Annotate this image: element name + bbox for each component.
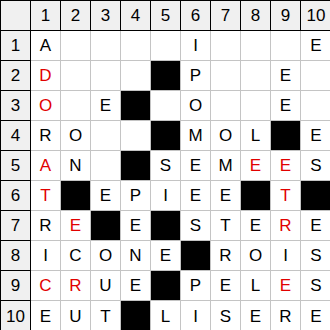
cell-r10c3[interactable]: T [91, 301, 121, 330]
cell-r4c2[interactable]: O [61, 121, 91, 151]
cell-r2c2[interactable] [61, 61, 91, 91]
col-header-9: 9 [271, 1, 301, 31]
block-cell-r6c10 [301, 181, 330, 211]
cell-r2c10[interactable] [301, 61, 330, 91]
cell-r6c5[interactable]: I [151, 181, 181, 211]
cell-r6c3[interactable]: E [91, 181, 121, 211]
cell-r3c7[interactable] [211, 91, 241, 121]
cell-r5c9[interactable]: E [271, 151, 301, 181]
block-cell-r5c4 [121, 151, 151, 181]
cell-r9c9[interactable]: E [271, 271, 301, 301]
cell-r5c7[interactable]: M [211, 151, 241, 181]
cell-r7c10[interactable]: E [301, 211, 330, 241]
cell-r3c1[interactable]: O [31, 91, 61, 121]
cell-r2c4[interactable] [121, 61, 151, 91]
cell-r7c7[interactable]: T [211, 211, 241, 241]
block-cell-r9c5 [151, 271, 181, 301]
cell-r7c9[interactable]: R [271, 211, 301, 241]
cell-r5c6[interactable]: E [181, 151, 211, 181]
cell-r1c5[interactable] [151, 31, 181, 61]
cell-r8c7[interactable]: R [211, 241, 241, 271]
cell-r6c1[interactable]: T [31, 181, 61, 211]
block-cell-r6c8 [241, 181, 271, 211]
cell-r10c5[interactable]: L [151, 301, 181, 330]
cell-r3c2[interactable] [61, 91, 91, 121]
cell-r2c3[interactable] [91, 61, 121, 91]
cell-r7c6[interactable]: S [181, 211, 211, 241]
col-header-2: 2 [61, 1, 91, 31]
cell-r3c6[interactable]: O [181, 91, 211, 121]
cell-r10c6[interactable]: I [181, 301, 211, 330]
row-header-9: 9 [1, 271, 31, 301]
cell-r1c6[interactable]: I [181, 31, 211, 61]
cell-r8c1[interactable]: I [31, 241, 61, 271]
cell-r10c8[interactable]: E [241, 301, 271, 330]
cell-r6c4[interactable]: P [121, 181, 151, 211]
block-cell-r7c5 [151, 211, 181, 241]
cell-r8c4[interactable]: N [121, 241, 151, 271]
cell-r2c1[interactable]: D [31, 61, 61, 91]
block-cell-r6c2 [61, 181, 91, 211]
cell-r5c2[interactable]: N [61, 151, 91, 181]
cell-r5c5[interactable]: S [151, 151, 181, 181]
block-cell-r10c4 [121, 301, 151, 330]
cell-r4c7[interactable]: O [211, 121, 241, 151]
cell-r8c2[interactable]: C [61, 241, 91, 271]
cell-r1c8[interactable] [241, 31, 271, 61]
cell-r7c4[interactable]: E [121, 211, 151, 241]
cell-r4c3[interactable] [91, 121, 121, 151]
col-header-8: 8 [241, 1, 271, 31]
cell-r6c7[interactable]: E [211, 181, 241, 211]
cell-r8c10[interactable]: S [301, 241, 330, 271]
cell-r3c10[interactable] [301, 91, 330, 121]
cell-r2c8[interactable] [241, 61, 271, 91]
cell-r1c9[interactable] [271, 31, 301, 61]
cell-r1c7[interactable] [211, 31, 241, 61]
cell-r10c10[interactable]: E [301, 301, 330, 330]
cell-r8c3[interactable]: O [91, 241, 121, 271]
block-cell-r8c6 [181, 241, 211, 271]
cell-r4c10[interactable]: E [301, 121, 330, 151]
row-header-1: 1 [1, 31, 31, 61]
cell-r9c8[interactable]: L [241, 271, 271, 301]
row-header-7: 7 [1, 211, 31, 241]
cell-r1c1[interactable]: A [31, 31, 61, 61]
cell-r9c1[interactable]: C [31, 271, 61, 301]
col-header-1: 1 [31, 1, 61, 31]
corner-cell [1, 1, 31, 31]
cell-r1c3[interactable] [91, 31, 121, 61]
row-header-5: 5 [1, 151, 31, 181]
crossword-grid: 123456789101AIE2DPE3OEOE4ROMOLE5ANSEMEES… [0, 0, 330, 330]
cell-r10c1[interactable]: E [31, 301, 61, 330]
row-header-4: 4 [1, 121, 31, 151]
cell-r4c4[interactable] [121, 121, 151, 151]
row-header-6: 6 [1, 181, 31, 211]
cell-r2c9[interactable]: E [271, 61, 301, 91]
row-header-3: 3 [1, 91, 31, 121]
cell-r9c10[interactable]: S [301, 271, 330, 301]
cell-r5c1[interactable]: A [31, 151, 61, 181]
block-cell-r3c4 [121, 91, 151, 121]
col-header-10: 10 [301, 1, 330, 31]
cell-r9c7[interactable]: E [211, 271, 241, 301]
cell-r4c1[interactable]: R [31, 121, 61, 151]
cell-r5c3[interactable] [91, 151, 121, 181]
cell-r10c7[interactable]: S [211, 301, 241, 330]
cell-r1c10[interactable]: E [301, 31, 330, 61]
cell-r4c8[interactable]: L [241, 121, 271, 151]
row-header-8: 8 [1, 241, 31, 271]
cell-r10c9[interactable]: R [271, 301, 301, 330]
cell-r2c6[interactable]: P [181, 61, 211, 91]
block-cell-r4c9 [271, 121, 301, 151]
cell-r8c9[interactable]: I [271, 241, 301, 271]
cell-r6c9[interactable]: T [271, 181, 301, 211]
cell-r7c2[interactable]: E [61, 211, 91, 241]
row-header-2: 2 [1, 61, 31, 91]
cell-r7c8[interactable]: E [241, 211, 271, 241]
cell-r10c2[interactable]: U [61, 301, 91, 330]
cell-r7c1[interactable]: R [31, 211, 61, 241]
block-cell-r7c3 [91, 211, 121, 241]
cell-r2c7[interactable] [211, 61, 241, 91]
col-header-5: 5 [151, 1, 181, 31]
cell-r1c4[interactable] [121, 31, 151, 61]
block-cell-r2c5 [151, 61, 181, 91]
col-header-6: 6 [181, 1, 211, 31]
cell-r3c3[interactable]: E [91, 91, 121, 121]
cell-r3c8[interactable] [241, 91, 271, 121]
cell-r9c3[interactable]: U [91, 271, 121, 301]
cell-r8c8[interactable]: O [241, 241, 271, 271]
cell-r1c2[interactable] [61, 31, 91, 61]
cell-r9c4[interactable]: E [121, 271, 151, 301]
cell-r6c6[interactable]: E [181, 181, 211, 211]
cell-r5c8[interactable]: E [241, 151, 271, 181]
cell-r9c2[interactable]: R [61, 271, 91, 301]
row-header-10: 10 [1, 301, 31, 330]
col-header-4: 4 [121, 1, 151, 31]
col-header-7: 7 [211, 1, 241, 31]
cell-r4c6[interactable]: M [181, 121, 211, 151]
cell-r3c9[interactable]: E [271, 91, 301, 121]
col-header-3: 3 [91, 1, 121, 31]
cell-r5c10[interactable]: S [301, 151, 330, 181]
cell-r8c5[interactable]: E [151, 241, 181, 271]
block-cell-r4c5 [151, 121, 181, 151]
cell-r9c6[interactable]: P [181, 271, 211, 301]
cell-r3c5[interactable] [151, 91, 181, 121]
